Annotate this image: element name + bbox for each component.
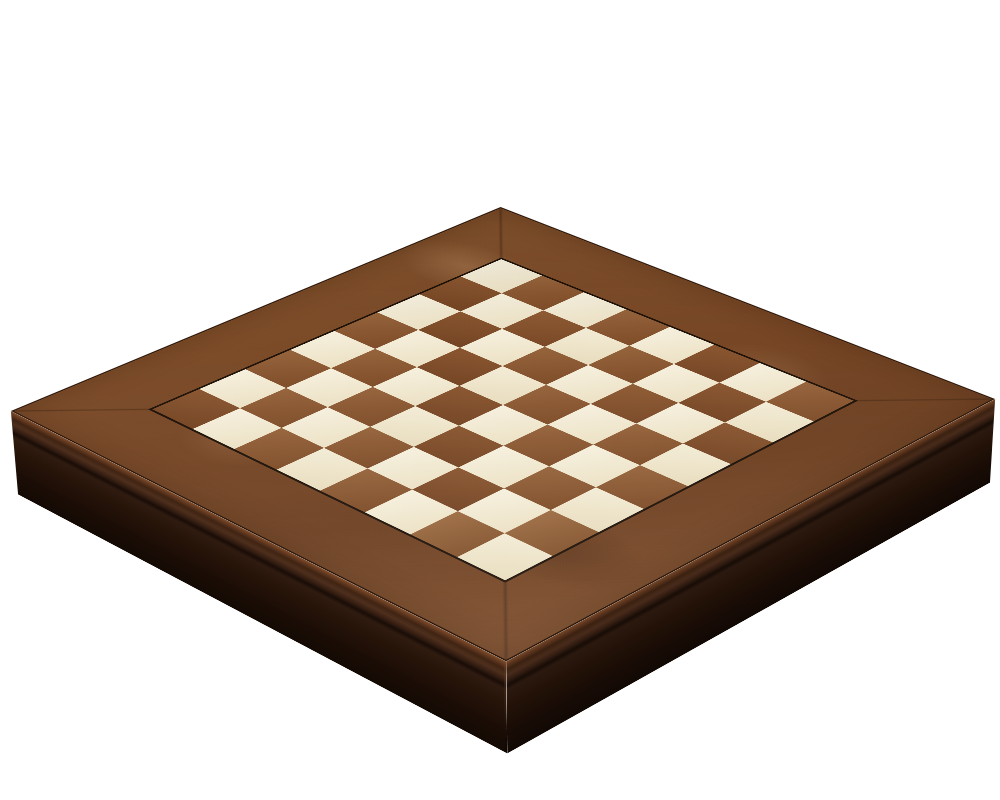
gloss-highlight xyxy=(14,208,993,660)
square[interactable] xyxy=(549,445,640,488)
square[interactable] xyxy=(593,424,683,466)
square[interactable] xyxy=(725,402,814,443)
square[interactable] xyxy=(458,488,551,533)
square[interactable] xyxy=(457,533,552,580)
product-photo-scene xyxy=(0,0,1000,800)
square[interactable] xyxy=(503,425,593,467)
square[interactable] xyxy=(365,490,458,535)
square[interactable] xyxy=(368,447,459,490)
square[interactable] xyxy=(551,487,644,532)
square[interactable] xyxy=(324,427,414,469)
square[interactable] xyxy=(504,466,596,510)
square[interactable] xyxy=(458,446,549,489)
square[interactable] xyxy=(459,405,548,446)
square[interactable] xyxy=(548,404,637,445)
square[interactable] xyxy=(193,408,282,449)
chessboard xyxy=(11,207,995,661)
square[interactable] xyxy=(234,428,324,470)
square[interactable] xyxy=(370,406,459,447)
square[interactable] xyxy=(414,426,504,468)
square[interactable] xyxy=(505,510,599,556)
square[interactable] xyxy=(636,403,725,444)
square[interactable] xyxy=(683,422,773,464)
board-top-surface xyxy=(11,207,995,661)
square[interactable] xyxy=(410,511,504,557)
square[interactable] xyxy=(320,469,412,513)
square[interactable] xyxy=(277,448,368,491)
square[interactable] xyxy=(596,465,688,509)
square[interactable] xyxy=(412,467,504,511)
square[interactable] xyxy=(282,407,371,448)
square[interactable] xyxy=(640,444,731,487)
